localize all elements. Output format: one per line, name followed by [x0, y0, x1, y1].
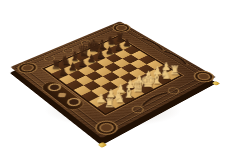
brass-foot [98, 142, 108, 148]
carved-rosette [16, 61, 40, 74]
piece-black-pawn[interactable]: ♟ [113, 41, 122, 51]
scroll-center [58, 93, 66, 98]
piece-black-pawn[interactable]: ♟ [77, 57, 86, 67]
piece-black-pawn[interactable]: ♟ [68, 61, 77, 71]
piece-white-rook[interactable]: ♜ [104, 97, 115, 109]
product-photo: ♜♞♝♛♚♝♞♜♟♟♟♟♟♟♟♟♟♟♟♟♟♟♟♟♜♞♝♛♚♝♞♜ [0, 0, 240, 150]
piece-black-pawn[interactable]: ♟ [87, 53, 96, 63]
piece-black-pawn[interactable]: ♟ [105, 45, 114, 55]
brass-foot [212, 81, 221, 86]
square-b4[interactable] [84, 81, 101, 91]
square-a5[interactable] [66, 80, 83, 90]
scroll-curl [45, 82, 64, 93]
piece-black-pawn[interactable]: ♟ [122, 37, 131, 47]
scroll-curl [64, 96, 83, 108]
square-e4[interactable] [112, 68, 129, 77]
piece-black-pawn[interactable]: ♟ [58, 65, 68, 76]
piece-black-pawn[interactable]: ♟ [96, 49, 105, 59]
